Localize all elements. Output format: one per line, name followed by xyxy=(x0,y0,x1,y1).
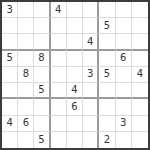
cell-r3c9[interactable] xyxy=(132,34,148,50)
cell-r2c9[interactable] xyxy=(132,18,148,34)
cell-r8c2[interactable]: 6 xyxy=(18,116,34,132)
cell-r1c7[interactable] xyxy=(99,2,115,18)
cell-r3c6[interactable]: 4 xyxy=(83,34,99,50)
cell-r8c3[interactable] xyxy=(34,116,50,132)
cell-r9c9[interactable] xyxy=(132,132,148,148)
cell-r6c4[interactable] xyxy=(51,83,67,99)
cell-r8c8[interactable]: 3 xyxy=(116,116,132,132)
cell-r8c6[interactable] xyxy=(83,116,99,132)
cell-r7c4[interactable] xyxy=(51,99,67,115)
cell-r9c4[interactable] xyxy=(51,132,67,148)
cell-r1c9[interactable] xyxy=(132,2,148,18)
cell-r8c5[interactable] xyxy=(67,116,83,132)
cell-r5c6[interactable]: 3 xyxy=(83,67,99,83)
cell-r5c2[interactable]: 8 xyxy=(18,67,34,83)
cell-r2c6[interactable] xyxy=(83,18,99,34)
cell-r2c5[interactable] xyxy=(67,18,83,34)
cell-r5c5[interactable] xyxy=(67,67,83,83)
cell-r8c7[interactable] xyxy=(99,116,115,132)
cell-r3c1[interactable] xyxy=(2,34,18,50)
cell-r5c8[interactable] xyxy=(116,67,132,83)
cell-r4c4[interactable] xyxy=(51,51,67,67)
cell-r2c3[interactable] xyxy=(34,18,50,34)
cell-r6c7[interactable] xyxy=(99,83,115,99)
cell-r7c1[interactable] xyxy=(2,99,18,115)
cell-r7c2[interactable] xyxy=(18,99,34,115)
cell-r5c7[interactable]: 5 xyxy=(99,67,115,83)
cell-r3c8[interactable] xyxy=(116,34,132,50)
cell-r4c8[interactable]: 6 xyxy=(116,51,132,67)
cell-r7c6[interactable] xyxy=(83,99,99,115)
cell-r1c5[interactable] xyxy=(67,2,83,18)
cell-r7c7[interactable] xyxy=(99,99,115,115)
cell-r1c6[interactable] xyxy=(83,2,99,18)
cell-r3c7[interactable] xyxy=(99,34,115,50)
cell-r7c5[interactable]: 6 xyxy=(67,99,83,115)
cell-r3c3[interactable] xyxy=(34,34,50,50)
cell-r2c1[interactable] xyxy=(2,18,18,34)
cell-r8c1[interactable]: 4 xyxy=(2,116,18,132)
cell-r7c8[interactable] xyxy=(116,99,132,115)
cell-r1c3[interactable] xyxy=(34,2,50,18)
cell-r1c1[interactable]: 3 xyxy=(2,2,18,18)
cell-r6c1[interactable] xyxy=(2,83,18,99)
cell-r4c6[interactable] xyxy=(83,51,99,67)
cell-r9c5[interactable] xyxy=(67,132,83,148)
cell-r4c7[interactable] xyxy=(99,51,115,67)
cell-r1c2[interactable] xyxy=(18,2,34,18)
cell-r9c8[interactable] xyxy=(116,132,132,148)
cell-r6c9[interactable] xyxy=(132,83,148,99)
cell-r4c1[interactable]: 5 xyxy=(2,51,18,67)
cell-r3c2[interactable] xyxy=(18,34,34,50)
cell-r3c4[interactable] xyxy=(51,34,67,50)
cell-r6c6[interactable] xyxy=(83,83,99,99)
cell-r5c4[interactable] xyxy=(51,67,67,83)
cell-r8c4[interactable] xyxy=(51,116,67,132)
cell-r2c7[interactable]: 5 xyxy=(99,18,115,34)
cell-r2c4[interactable] xyxy=(51,18,67,34)
cell-r1c4[interactable]: 4 xyxy=(51,2,67,18)
sudoku-board: 3454586835454646352 xyxy=(0,0,150,150)
cell-r8c9[interactable] xyxy=(132,116,148,132)
cell-r4c9[interactable] xyxy=(132,51,148,67)
cell-r9c7[interactable]: 2 xyxy=(99,132,115,148)
cell-r9c2[interactable] xyxy=(18,132,34,148)
cell-r7c9[interactable] xyxy=(132,99,148,115)
cell-r6c2[interactable] xyxy=(18,83,34,99)
cell-r5c9[interactable]: 4 xyxy=(132,67,148,83)
cell-r1c8[interactable] xyxy=(116,2,132,18)
cell-r4c3[interactable]: 8 xyxy=(34,51,50,67)
cell-r5c3[interactable] xyxy=(34,67,50,83)
cell-r6c8[interactable] xyxy=(116,83,132,99)
cell-r2c2[interactable] xyxy=(18,18,34,34)
cell-r9c1[interactable] xyxy=(2,132,18,148)
cell-r7c3[interactable] xyxy=(34,99,50,115)
cell-r3c5[interactable] xyxy=(67,34,83,50)
cell-r9c3[interactable]: 5 xyxy=(34,132,50,148)
cell-r2c8[interactable] xyxy=(116,18,132,34)
cell-r5c1[interactable] xyxy=(2,67,18,83)
cell-r9c6[interactable] xyxy=(83,132,99,148)
cell-r6c5[interactable]: 4 xyxy=(67,83,83,99)
cell-r6c3[interactable]: 5 xyxy=(34,83,50,99)
cell-r4c5[interactable] xyxy=(67,51,83,67)
cell-r4c2[interactable] xyxy=(18,51,34,67)
